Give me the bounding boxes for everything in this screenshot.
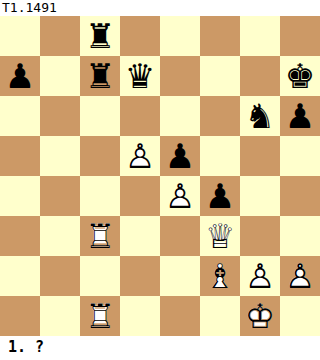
square-c6[interactable] xyxy=(80,96,120,136)
square-f7[interactable] xyxy=(200,56,240,96)
square-e2[interactable] xyxy=(160,256,200,296)
white-piece-outline: ♕ xyxy=(200,216,240,256)
square-h7[interactable]: ♚ xyxy=(280,56,320,96)
square-a8[interactable] xyxy=(0,16,40,56)
white-piece-outline: ♗ xyxy=(200,256,240,296)
square-g3[interactable] xyxy=(240,216,280,256)
square-f3[interactable]: ♛♕ xyxy=(200,216,240,256)
square-a6[interactable] xyxy=(0,96,40,136)
square-e3[interactable] xyxy=(160,216,200,256)
white-piece-outline: ♔ xyxy=(240,296,280,336)
square-b8[interactable] xyxy=(40,16,80,56)
piece-white-rook[interactable]: ♜♖ xyxy=(80,296,120,336)
piece-black-pawn[interactable]: ♟ xyxy=(0,56,40,96)
square-b5[interactable] xyxy=(40,136,80,176)
square-a7[interactable]: ♟ xyxy=(0,56,40,96)
piece-white-pawn[interactable]: ♟♙ xyxy=(160,176,200,216)
square-h8[interactable] xyxy=(280,16,320,56)
square-d1[interactable] xyxy=(120,296,160,336)
white-piece-outline: ♖ xyxy=(80,296,120,336)
chess-board: ♜♟♜♛♚♞♟♟♙♟♟♙♟♜♖♛♕♝♗♟♙♟♙♜♖♚♔ xyxy=(0,16,320,336)
square-e6[interactable] xyxy=(160,96,200,136)
square-b2[interactable] xyxy=(40,256,80,296)
square-e8[interactable] xyxy=(160,16,200,56)
square-g1[interactable]: ♚♔ xyxy=(240,296,280,336)
square-c3[interactable]: ♜♖ xyxy=(80,216,120,256)
square-b6[interactable] xyxy=(40,96,80,136)
piece-black-queen[interactable]: ♛ xyxy=(120,56,160,96)
square-c8[interactable]: ♜ xyxy=(80,16,120,56)
square-f2[interactable]: ♝♗ xyxy=(200,256,240,296)
square-c7[interactable]: ♜ xyxy=(80,56,120,96)
square-d4[interactable] xyxy=(120,176,160,216)
piece-black-rook[interactable]: ♜ xyxy=(80,56,120,96)
square-g4[interactable] xyxy=(240,176,280,216)
square-b3[interactable] xyxy=(40,216,80,256)
piece-black-king[interactable]: ♚ xyxy=(280,56,320,96)
square-g5[interactable] xyxy=(240,136,280,176)
square-c1[interactable]: ♜♖ xyxy=(80,296,120,336)
square-d5[interactable]: ♟♙ xyxy=(120,136,160,176)
square-d7[interactable]: ♛ xyxy=(120,56,160,96)
move-prompt: 1. ? xyxy=(0,336,320,360)
square-g7[interactable] xyxy=(240,56,280,96)
square-g8[interactable] xyxy=(240,16,280,56)
square-f8[interactable] xyxy=(200,16,240,56)
square-d8[interactable] xyxy=(120,16,160,56)
square-d3[interactable] xyxy=(120,216,160,256)
piece-black-pawn[interactable]: ♟ xyxy=(200,176,240,216)
square-h4[interactable] xyxy=(280,176,320,216)
square-e7[interactable] xyxy=(160,56,200,96)
square-f4[interactable]: ♟ xyxy=(200,176,240,216)
square-h6[interactable]: ♟ xyxy=(280,96,320,136)
piece-black-pawn[interactable]: ♟ xyxy=(160,136,200,176)
piece-black-pawn[interactable]: ♟ xyxy=(280,96,320,136)
square-g2[interactable]: ♟♙ xyxy=(240,256,280,296)
square-h2[interactable]: ♟♙ xyxy=(280,256,320,296)
piece-black-rook[interactable]: ♜ xyxy=(80,16,120,56)
square-a3[interactable] xyxy=(0,216,40,256)
square-c4[interactable] xyxy=(80,176,120,216)
square-f5[interactable] xyxy=(200,136,240,176)
square-b4[interactable] xyxy=(40,176,80,216)
white-piece-outline: ♙ xyxy=(120,136,160,176)
piece-white-king[interactable]: ♚♔ xyxy=(240,296,280,336)
square-d6[interactable] xyxy=(120,96,160,136)
square-e5[interactable]: ♟ xyxy=(160,136,200,176)
square-e1[interactable] xyxy=(160,296,200,336)
square-h5[interactable] xyxy=(280,136,320,176)
piece-white-queen[interactable]: ♛♕ xyxy=(200,216,240,256)
white-piece-outline: ♖ xyxy=(80,216,120,256)
square-b7[interactable] xyxy=(40,56,80,96)
square-f1[interactable] xyxy=(200,296,240,336)
piece-white-bishop[interactable]: ♝♗ xyxy=(200,256,240,296)
square-a5[interactable] xyxy=(0,136,40,176)
piece-white-rook[interactable]: ♜♖ xyxy=(80,216,120,256)
piece-black-knight[interactable]: ♞ xyxy=(240,96,280,136)
piece-white-pawn[interactable]: ♟♙ xyxy=(120,136,160,176)
square-f6[interactable] xyxy=(200,96,240,136)
white-piece-outline: ♙ xyxy=(280,256,320,296)
square-b1[interactable] xyxy=(40,296,80,336)
square-g6[interactable]: ♞ xyxy=(240,96,280,136)
puzzle-id: T1.1491 xyxy=(0,0,320,16)
white-piece-outline: ♙ xyxy=(240,256,280,296)
square-h3[interactable] xyxy=(280,216,320,256)
square-d2[interactable] xyxy=(120,256,160,296)
square-a2[interactable] xyxy=(0,256,40,296)
square-a4[interactable] xyxy=(0,176,40,216)
square-c2[interactable] xyxy=(80,256,120,296)
square-c5[interactable] xyxy=(80,136,120,176)
piece-white-pawn[interactable]: ♟♙ xyxy=(280,256,320,296)
piece-white-pawn[interactable]: ♟♙ xyxy=(240,256,280,296)
white-piece-outline: ♙ xyxy=(160,176,200,216)
square-a1[interactable] xyxy=(0,296,40,336)
square-h1[interactable] xyxy=(280,296,320,336)
square-e4[interactable]: ♟♙ xyxy=(160,176,200,216)
